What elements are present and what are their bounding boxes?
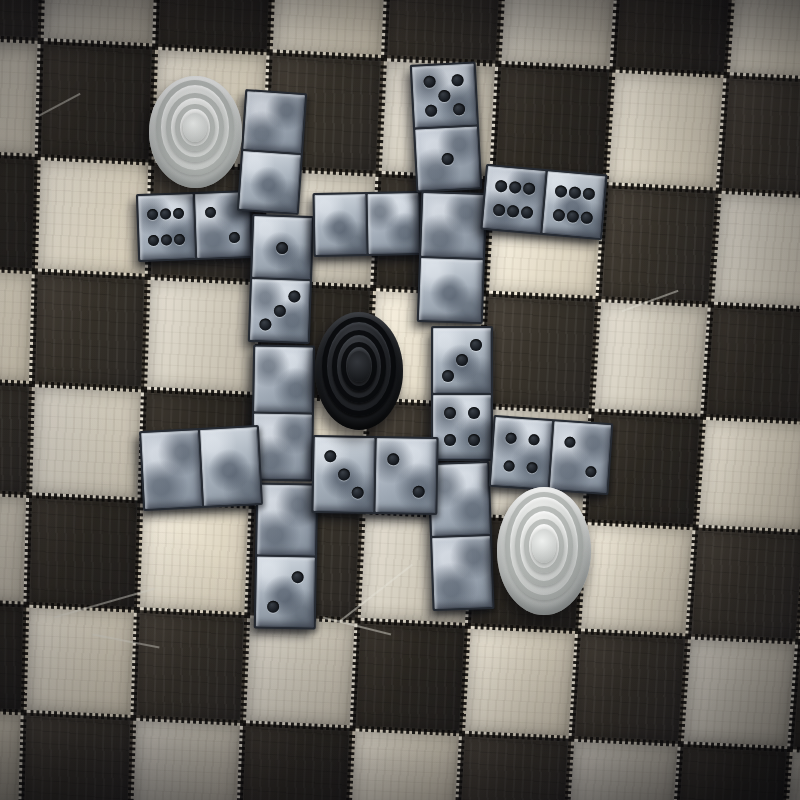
pip <box>495 179 508 192</box>
pip <box>442 370 454 382</box>
domino-half-6 <box>483 166 546 233</box>
pip <box>580 212 593 225</box>
domino-half-6 <box>138 194 195 260</box>
domino-half-0 <box>253 413 312 479</box>
domino-half-3 <box>313 437 374 512</box>
pip <box>505 432 517 444</box>
domino-0-0 <box>139 425 263 511</box>
domino-half-4 <box>491 417 553 489</box>
domino-half-0 <box>257 485 316 556</box>
pip <box>352 486 364 498</box>
pip <box>566 210 579 223</box>
pip <box>423 76 436 89</box>
pip <box>568 186 581 199</box>
domino-half-0 <box>239 151 301 213</box>
domino-half-0 <box>243 91 305 153</box>
pip <box>523 182 536 195</box>
pip <box>438 89 451 102</box>
domino-6-2 <box>136 190 253 262</box>
pip <box>527 462 539 474</box>
pip <box>468 407 480 419</box>
domino-0-0 <box>312 191 421 257</box>
domino-half-2 <box>550 421 612 493</box>
domino-half-2 <box>256 556 315 627</box>
domino-half-3 <box>433 328 491 393</box>
pip <box>582 187 595 200</box>
pip <box>205 206 216 217</box>
pip <box>148 235 159 246</box>
pip <box>444 407 456 419</box>
domino-half-0 <box>430 463 490 536</box>
domino-1-3 <box>248 214 314 344</box>
pip <box>555 185 568 198</box>
pip <box>412 485 424 497</box>
pip <box>173 208 184 219</box>
pip <box>147 209 158 220</box>
pip <box>288 290 300 302</box>
domino-half-2 <box>375 438 436 513</box>
pip <box>470 339 482 351</box>
domino-half-0 <box>200 427 261 506</box>
domino-half-0 <box>419 257 483 322</box>
domino-half-6 <box>542 171 605 238</box>
pip <box>529 434 541 446</box>
domino-half-0 <box>254 347 313 413</box>
pip <box>267 600 279 612</box>
pip <box>453 102 466 115</box>
pip <box>276 241 288 253</box>
checker-white <box>497 487 591 615</box>
domino-5-1 <box>410 61 483 192</box>
pip <box>259 318 271 330</box>
checker-dome <box>183 113 207 142</box>
domino-half-1 <box>415 126 480 190</box>
domino-4-2 <box>489 415 614 495</box>
pip <box>564 436 576 448</box>
domino-half-0 <box>314 194 366 255</box>
pip <box>586 466 598 478</box>
domino-0-2 <box>254 482 319 629</box>
pip <box>503 460 515 472</box>
checker-dome <box>532 529 556 562</box>
domino-6-6 <box>480 164 607 240</box>
domino-half-5 <box>412 63 477 127</box>
pip <box>456 354 468 366</box>
pip <box>552 209 565 222</box>
pip <box>388 454 400 466</box>
pip <box>468 434 480 446</box>
domino-0-0 <box>237 89 307 215</box>
pip <box>493 204 506 217</box>
pip <box>174 234 185 245</box>
pip <box>441 152 454 165</box>
domino-half-3 <box>250 279 310 342</box>
pip <box>161 234 172 245</box>
pip <box>444 434 456 446</box>
checker-white <box>149 76 242 188</box>
pip <box>507 205 520 218</box>
pip <box>229 232 240 243</box>
pieces-layer <box>0 0 800 800</box>
domino-0-0 <box>417 191 488 324</box>
domino-half-1 <box>252 216 312 279</box>
domino-half-0 <box>421 193 485 258</box>
domino-half-0 <box>141 430 202 509</box>
pip <box>160 208 171 219</box>
domino-half-4 <box>433 395 491 460</box>
domino-3-4 <box>431 326 493 461</box>
pip <box>452 74 465 87</box>
photo-scene <box>0 0 800 800</box>
domino-half-0 <box>432 536 492 609</box>
pip <box>520 206 533 219</box>
domino-half-0 <box>367 193 419 254</box>
pip <box>274 304 286 316</box>
checker-dome <box>348 351 371 382</box>
pip <box>324 450 336 462</box>
pip <box>425 104 438 117</box>
pip <box>338 468 350 480</box>
pip <box>509 181 522 194</box>
checker-black <box>315 312 403 430</box>
domino-3-2 <box>311 435 438 515</box>
pip <box>292 571 304 583</box>
